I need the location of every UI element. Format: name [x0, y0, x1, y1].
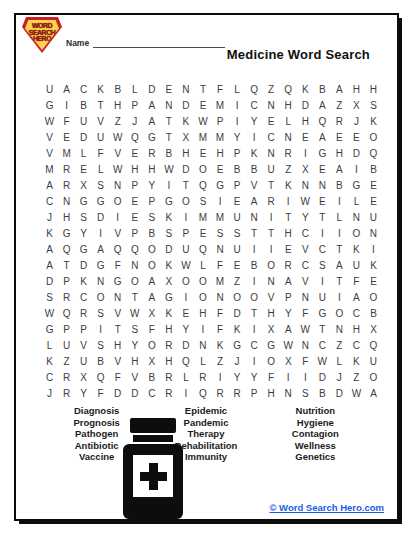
grid-cell[interactable]: F: [211, 81, 228, 97]
grid-cell[interactable]: S: [92, 338, 109, 354]
grid-cell[interactable]: I: [246, 129, 263, 145]
grid-cell[interactable]: G: [211, 177, 228, 193]
grid-cell[interactable]: G: [41, 322, 58, 338]
grid-cell[interactable]: K: [365, 113, 382, 129]
grid-cell[interactable]: O: [263, 258, 280, 274]
grid-cell[interactable]: O: [177, 274, 194, 290]
grid-cell[interactable]: N: [109, 290, 126, 306]
grid-cell[interactable]: X: [75, 370, 92, 386]
grid-cell[interactable]: I: [331, 225, 348, 241]
grid-cell[interactable]: I: [263, 241, 280, 257]
grid-cell[interactable]: Q: [58, 241, 75, 257]
grid-cell[interactable]: H: [297, 113, 314, 129]
grid-cell[interactable]: W: [160, 161, 177, 177]
grid-cell[interactable]: B: [314, 81, 331, 97]
grid-cell[interactable]: T: [109, 322, 126, 338]
grid-cell[interactable]: L: [126, 81, 143, 97]
grid-cell[interactable]: E: [58, 129, 75, 145]
grid-cell[interactable]: A: [348, 290, 365, 306]
grid-cell[interactable]: Z: [280, 161, 297, 177]
grid-cell[interactable]: C: [246, 97, 263, 113]
grid-cell[interactable]: K: [41, 225, 58, 241]
grid-cell[interactable]: T: [263, 225, 280, 241]
grid-cell[interactable]: N: [263, 274, 280, 290]
grid-cell[interactable]: N: [160, 97, 177, 113]
grid-cell[interactable]: T: [314, 322, 331, 338]
grid-cell[interactable]: F: [58, 113, 75, 129]
grid-cell[interactable]: A: [365, 386, 382, 402]
grid-cell[interactable]: D: [348, 145, 365, 161]
grid-cell[interactable]: A: [280, 274, 297, 290]
grid-cell[interactable]: W: [109, 161, 126, 177]
grid-cell[interactable]: Z: [211, 354, 228, 370]
grid-cell[interactable]: P: [177, 225, 194, 241]
grid-cell[interactable]: D: [177, 338, 194, 354]
grid-cell[interactable]: N: [109, 177, 126, 193]
grid-cell[interactable]: C: [297, 225, 314, 241]
grid-cell[interactable]: E: [297, 129, 314, 145]
grid-cell[interactable]: F: [211, 258, 228, 274]
grid-cell[interactable]: J: [348, 113, 365, 129]
grid-cell[interactable]: Y: [126, 338, 143, 354]
grid-cell[interactable]: O: [365, 129, 382, 145]
grid-cell[interactable]: T: [160, 113, 177, 129]
grid-cell[interactable]: R: [160, 338, 177, 354]
grid-cell[interactable]: S: [160, 225, 177, 241]
grid-cell[interactable]: K: [365, 258, 382, 274]
grid-cell[interactable]: A: [280, 322, 297, 338]
grid-cell[interactable]: Y: [75, 225, 92, 241]
grid-cell[interactable]: N: [58, 193, 75, 209]
grid-cell[interactable]: G: [143, 129, 160, 145]
grid-cell[interactable]: G: [75, 193, 92, 209]
grid-cell[interactable]: L: [75, 145, 92, 161]
grid-cell[interactable]: I: [58, 97, 75, 113]
grid-cell[interactable]: H: [126, 161, 143, 177]
grid-cell[interactable]: K: [297, 81, 314, 97]
grid-cell[interactable]: V: [109, 145, 126, 161]
grid-cell[interactable]: G: [314, 306, 331, 322]
grid-cell[interactable]: U: [229, 241, 246, 257]
grid-cell[interactable]: I: [211, 370, 228, 386]
grid-cell[interactable]: Q: [365, 338, 382, 354]
grid-cell[interactable]: E: [160, 81, 177, 97]
grid-cell[interactable]: Q: [194, 241, 211, 257]
grid-cell[interactable]: L: [348, 193, 365, 209]
grid-cell[interactable]: Q: [58, 306, 75, 322]
grid-cell[interactable]: N: [280, 129, 297, 145]
grid-cell[interactable]: H: [280, 225, 297, 241]
grid-cell[interactable]: O: [194, 161, 211, 177]
grid-cell[interactable]: E: [229, 258, 246, 274]
grid-cell[interactable]: D: [177, 97, 194, 113]
grid-cell[interactable]: E: [280, 241, 297, 257]
grid-cell[interactable]: T: [331, 241, 348, 257]
grid-cell[interactable]: N: [331, 322, 348, 338]
grid-cell[interactable]: U: [75, 354, 92, 370]
grid-cell[interactable]: R: [58, 370, 75, 386]
grid-cell[interactable]: N: [365, 225, 382, 241]
grid-cell[interactable]: H: [365, 81, 382, 97]
grid-cell[interactable]: E: [194, 225, 211, 241]
grid-cell[interactable]: F: [109, 370, 126, 386]
grid-cell[interactable]: A: [314, 129, 331, 145]
grid-cell[interactable]: H: [263, 306, 280, 322]
grid-cell[interactable]: U: [365, 209, 382, 225]
grid-cell[interactable]: F: [297, 306, 314, 322]
grid-cell[interactable]: X: [75, 177, 92, 193]
grid-cell[interactable]: U: [263, 161, 280, 177]
grid-cell[interactable]: I: [177, 290, 194, 306]
grid-cell[interactable]: D: [92, 209, 109, 225]
grid-cell[interactable]: H: [348, 322, 365, 338]
grid-cell[interactable]: I: [246, 241, 263, 257]
grid-cell[interactable]: G: [263, 338, 280, 354]
grid-cell[interactable]: P: [143, 193, 160, 209]
grid-cell[interactable]: X: [365, 322, 382, 338]
grid-cell[interactable]: E: [229, 193, 246, 209]
grid-cell[interactable]: R: [58, 290, 75, 306]
grid-cell[interactable]: X: [160, 274, 177, 290]
grid-cell[interactable]: O: [177, 193, 194, 209]
grid-cell[interactable]: I: [92, 225, 109, 241]
grid-cell[interactable]: K: [348, 354, 365, 370]
grid-cell[interactable]: Q: [194, 177, 211, 193]
grid-cell[interactable]: I: [177, 209, 194, 225]
grid-cell[interactable]: A: [41, 177, 58, 193]
grid-cell[interactable]: G: [348, 177, 365, 193]
grid-cell[interactable]: A: [246, 193, 263, 209]
grid-cell[interactable]: N: [297, 177, 314, 193]
grid-cell[interactable]: H: [194, 306, 211, 322]
grid-cell[interactable]: C: [314, 338, 331, 354]
grid-cell[interactable]: Y: [143, 177, 160, 193]
grid-cell[interactable]: D: [143, 81, 160, 97]
grid-cell[interactable]: K: [160, 209, 177, 225]
grid-cell[interactable]: Q: [92, 370, 109, 386]
grid-cell[interactable]: D: [75, 129, 92, 145]
grid-cell[interactable]: I: [297, 370, 314, 386]
grid-cell[interactable]: S: [143, 209, 160, 225]
grid-cell[interactable]: K: [229, 322, 246, 338]
grid-cell[interactable]: P: [229, 177, 246, 193]
grid-cell[interactable]: S: [365, 97, 382, 113]
grid-cell[interactable]: T: [194, 81, 211, 97]
grid-cell[interactable]: B: [246, 161, 263, 177]
grid-cell[interactable]: A: [143, 274, 160, 290]
grid-cell[interactable]: C: [75, 81, 92, 97]
grid-cell[interactable]: F: [109, 258, 126, 274]
grid-cell[interactable]: L: [331, 209, 348, 225]
grid-cell[interactable]: R: [263, 193, 280, 209]
grid-cell[interactable]: K: [41, 354, 58, 370]
grid-cell[interactable]: E: [211, 161, 228, 177]
grid-cell[interactable]: K: [246, 145, 263, 161]
grid-cell[interactable]: W: [41, 306, 58, 322]
grid-cell[interactable]: B: [109, 81, 126, 97]
grid-cell[interactable]: E: [194, 97, 211, 113]
grid-cell[interactable]: O: [246, 290, 263, 306]
grid-cell[interactable]: Y: [297, 209, 314, 225]
grid-cell[interactable]: H: [126, 354, 143, 370]
grid-cell[interactable]: I: [246, 322, 263, 338]
grid-cell[interactable]: V: [297, 241, 314, 257]
grid-cell[interactable]: F: [211, 306, 228, 322]
grid-cell[interactable]: N: [211, 241, 228, 257]
grid-cell[interactable]: C: [348, 338, 365, 354]
grid-cell[interactable]: G: [92, 193, 109, 209]
grid-cell[interactable]: L: [194, 258, 211, 274]
grid-cell[interactable]: O: [194, 290, 211, 306]
grid-cell[interactable]: Q: [109, 241, 126, 257]
grid-cell[interactable]: N: [194, 338, 211, 354]
grid-cell[interactable]: R: [280, 258, 297, 274]
grid-cell[interactable]: W: [297, 193, 314, 209]
grid-cell[interactable]: V: [246, 177, 263, 193]
grid-cell[interactable]: K: [160, 258, 177, 274]
grid-cell[interactable]: E: [75, 161, 92, 177]
grid-cell[interactable]: F: [348, 274, 365, 290]
grid-cell[interactable]: I: [348, 161, 365, 177]
grid-cell[interactable]: W: [314, 354, 331, 370]
grid-cell[interactable]: M: [211, 274, 228, 290]
grid-cell[interactable]: S: [229, 225, 246, 241]
grid-cell[interactable]: I: [263, 209, 280, 225]
grid-cell[interactable]: B: [75, 97, 92, 113]
grid-cell[interactable]: O: [331, 306, 348, 322]
grid-cell[interactable]: T: [177, 177, 194, 193]
grid-cell[interactable]: Q: [177, 354, 194, 370]
grid-cell[interactable]: E: [126, 209, 143, 225]
grid-cell[interactable]: I: [109, 209, 126, 225]
grid-cell[interactable]: R: [229, 386, 246, 402]
grid-cell[interactable]: V: [297, 274, 314, 290]
grid-cell[interactable]: N: [348, 209, 365, 225]
grid-cell[interactable]: R: [75, 306, 92, 322]
grid-cell[interactable]: Q: [246, 81, 263, 97]
grid-cell[interactable]: Y: [75, 386, 92, 402]
grid-cell[interactable]: D: [331, 386, 348, 402]
grid-cell[interactable]: N: [263, 145, 280, 161]
grid-cell[interactable]: P: [58, 322, 75, 338]
grid-cell[interactable]: O: [365, 290, 382, 306]
grid-cell[interactable]: I: [280, 370, 297, 386]
grid-cell[interactable]: N: [92, 274, 109, 290]
grid-cell[interactable]: E: [263, 113, 280, 129]
grid-cell[interactable]: H: [348, 81, 365, 97]
grid-cell[interactable]: N: [263, 97, 280, 113]
grid-cell[interactable]: K: [75, 274, 92, 290]
grid-cell[interactable]: W: [126, 306, 143, 322]
grid-cell[interactable]: T: [246, 306, 263, 322]
grid-cell[interactable]: F: [263, 370, 280, 386]
grid-cell[interactable]: M: [211, 97, 228, 113]
grid-cell[interactable]: T: [331, 274, 348, 290]
grid-cell[interactable]: I: [246, 274, 263, 290]
grid-cell[interactable]: I: [314, 225, 331, 241]
grid-cell[interactable]: I: [331, 193, 348, 209]
grid-cell[interactable]: D: [297, 97, 314, 113]
grid-cell[interactable]: Q: [314, 113, 331, 129]
grid-cell[interactable]: Y: [246, 370, 263, 386]
grid-cell[interactable]: O: [229, 290, 246, 306]
grid-cell[interactable]: T: [280, 209, 297, 225]
grid-cell[interactable]: X: [143, 354, 160, 370]
grid-cell[interactable]: A: [143, 97, 160, 113]
grid-cell[interactable]: C: [41, 370, 58, 386]
grid-cell[interactable]: X: [177, 129, 194, 145]
grid-cell[interactable]: E: [314, 161, 331, 177]
grid-cell[interactable]: P: [126, 97, 143, 113]
grid-cell[interactable]: H: [160, 354, 177, 370]
grid-cell[interactable]: P: [58, 274, 75, 290]
grid-cell[interactable]: Y: [177, 322, 194, 338]
grid-cell[interactable]: V: [126, 370, 143, 386]
grid-cell[interactable]: B: [143, 370, 160, 386]
grid-cell[interactable]: Q: [126, 241, 143, 257]
grid-cell[interactable]: B: [229, 161, 246, 177]
grid-cell[interactable]: L: [41, 338, 58, 354]
grid-cell[interactable]: A: [58, 81, 75, 97]
grid-cell[interactable]: R: [194, 370, 211, 386]
grid-cell[interactable]: L: [177, 370, 194, 386]
grid-cell[interactable]: W: [297, 322, 314, 338]
grid-cell[interactable]: U: [365, 354, 382, 370]
grid-cell[interactable]: B: [365, 161, 382, 177]
grid-cell[interactable]: T: [58, 258, 75, 274]
grid-cell[interactable]: W: [41, 113, 58, 129]
grid-cell[interactable]: U: [229, 209, 246, 225]
grid-cell[interactable]: S: [297, 386, 314, 402]
grid-cell[interactable]: E: [331, 129, 348, 145]
grid-cell[interactable]: D: [160, 241, 177, 257]
grid-cell[interactable]: R: [160, 370, 177, 386]
grid-cell[interactable]: A: [143, 290, 160, 306]
grid-cell[interactable]: V: [75, 338, 92, 354]
grid-cell[interactable]: F: [143, 322, 160, 338]
grid-cell[interactable]: A: [331, 258, 348, 274]
grid-cell[interactable]: H: [211, 145, 228, 161]
grid-cell[interactable]: X: [348, 97, 365, 113]
grid-cell[interactable]: T: [92, 97, 109, 113]
grid-cell[interactable]: U: [58, 338, 75, 354]
grid-cell[interactable]: B: [160, 145, 177, 161]
grid-cell[interactable]: C: [314, 241, 331, 257]
grid-cell[interactable]: D: [229, 306, 246, 322]
grid-cell[interactable]: M: [194, 209, 211, 225]
grid-cell[interactable]: R: [58, 161, 75, 177]
grid-cell[interactable]: Q: [194, 386, 211, 402]
grid-cell[interactable]: V: [263, 290, 280, 306]
grid-cell[interactable]: T: [126, 290, 143, 306]
grid-cell[interactable]: X: [263, 322, 280, 338]
grid-cell[interactable]: A: [92, 241, 109, 257]
grid-cell[interactable]: T: [160, 129, 177, 145]
grid-cell[interactable]: M: [41, 161, 58, 177]
grid-cell[interactable]: D: [75, 258, 92, 274]
grid-cell[interactable]: K: [92, 81, 109, 97]
grid-cell[interactable]: O: [143, 338, 160, 354]
grid-cell[interactable]: D: [177, 161, 194, 177]
grid-cell[interactable]: B: [246, 258, 263, 274]
grid-cell[interactable]: N: [280, 386, 297, 402]
grid-cell[interactable]: N: [126, 258, 143, 274]
grid-cell[interactable]: F: [92, 386, 109, 402]
grid-cell[interactable]: S: [126, 322, 143, 338]
grid-cell[interactable]: O: [365, 370, 382, 386]
grid-cell[interactable]: D: [41, 274, 58, 290]
grid-cell[interactable]: R: [211, 386, 228, 402]
grid-cell[interactable]: C: [41, 193, 58, 209]
grid-cell[interactable]: J: [41, 386, 58, 402]
grid-cell[interactable]: K: [211, 338, 228, 354]
grid-cell[interactable]: J: [331, 370, 348, 386]
grid-cell[interactable]: U: [75, 113, 92, 129]
grid-cell[interactable]: Z: [229, 274, 246, 290]
grid-cell[interactable]: S: [41, 290, 58, 306]
grid-cell[interactable]: J: [41, 209, 58, 225]
grid-cell[interactable]: L: [331, 354, 348, 370]
grid-cell[interactable]: P: [229, 145, 246, 161]
grid-cell[interactable]: F: [211, 322, 228, 338]
grid-cell[interactable]: G: [160, 290, 177, 306]
grid-cell[interactable]: U: [92, 129, 109, 145]
grid-cell[interactable]: M: [211, 129, 228, 145]
grid-cell[interactable]: H: [263, 386, 280, 402]
grid-cell[interactable]: M: [194, 129, 211, 145]
grid-cell[interactable]: H: [58, 209, 75, 225]
grid-cell[interactable]: C: [143, 386, 160, 402]
grid-cell[interactable]: G: [314, 145, 331, 161]
grid-cell[interactable]: Z: [331, 97, 348, 113]
grid-cell[interactable]: E: [365, 274, 382, 290]
grid-cell[interactable]: G: [109, 274, 126, 290]
grid-cell[interactable]: E: [177, 306, 194, 322]
grid-cell[interactable]: B: [314, 386, 331, 402]
grid-cell[interactable]: C: [348, 306, 365, 322]
grid-cell[interactable]: E: [126, 145, 143, 161]
grid-cell[interactable]: D: [314, 370, 331, 386]
grid-cell[interactable]: E: [194, 145, 211, 161]
grid-cell[interactable]: H: [177, 145, 194, 161]
grid-cell[interactable]: B: [331, 177, 348, 193]
grid-cell[interactable]: A: [41, 241, 58, 257]
grid-cell[interactable]: F: [92, 145, 109, 161]
grid-cell[interactable]: I: [314, 274, 331, 290]
grid-cell[interactable]: P: [126, 225, 143, 241]
grid-cell[interactable]: A: [331, 81, 348, 97]
grid-cell[interactable]: A: [143, 113, 160, 129]
grid-cell[interactable]: N: [314, 177, 331, 193]
grid-cell[interactable]: W: [109, 129, 126, 145]
grid-cell[interactable]: Z: [331, 338, 348, 354]
grid-cell[interactable]: S: [92, 306, 109, 322]
grid-cell[interactable]: H: [280, 97, 297, 113]
grid-cell[interactable]: G: [41, 97, 58, 113]
grid-cell[interactable]: I: [331, 290, 348, 306]
grid-cell[interactable]: H: [109, 338, 126, 354]
grid-cell[interactable]: C: [75, 290, 92, 306]
grid-cell[interactable]: T: [246, 225, 263, 241]
grid-cell[interactable]: L: [194, 354, 211, 370]
grid-cell[interactable]: O: [109, 193, 126, 209]
grid-cell[interactable]: S: [194, 193, 211, 209]
grid-cell[interactable]: G: [160, 193, 177, 209]
grid-cell[interactable]: N: [297, 290, 314, 306]
grid-cell[interactable]: W: [280, 338, 297, 354]
grid-cell[interactable]: Y: [280, 306, 297, 322]
grid-cell[interactable]: X: [280, 354, 297, 370]
